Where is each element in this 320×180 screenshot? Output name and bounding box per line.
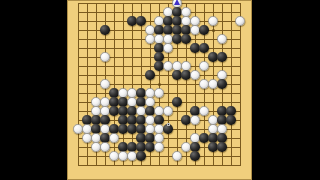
white-stone [199,61,208,70]
white-stone [154,88,163,97]
black-stone [100,115,109,124]
black-stone [226,106,235,115]
white-stone [217,70,226,79]
black-stone [172,34,181,43]
black-stone [217,115,226,124]
white-stone [208,16,217,25]
white-stone [100,79,109,88]
black-stone [190,106,199,115]
black-stone [226,115,235,124]
black-stone [145,133,154,142]
white-stone [145,97,154,106]
white-stone [91,97,100,106]
black-stone [136,97,145,106]
white-stone [73,124,82,133]
grid-line-h [78,165,241,166]
white-stone [208,115,217,124]
black-stone [181,70,190,79]
black-stone [217,79,226,88]
black-stone [181,115,190,124]
white-stone [181,61,190,70]
black-stone [118,142,127,151]
white-stone [163,43,172,52]
go-board[interactable] [67,0,252,180]
white-stone [163,7,172,16]
white-stone [127,151,136,160]
black-stone [145,70,154,79]
black-stone [118,106,127,115]
black-stone [154,115,163,124]
aux-square-marker [167,123,170,126]
star-point [212,29,215,32]
letterbox-left [0,0,67,180]
black-stone [163,124,172,133]
white-stone [190,115,199,124]
white-stone [217,124,226,133]
grid-line-v [231,3,232,166]
white-stone [127,88,136,97]
screenshot-stage [0,0,320,180]
white-stone [181,16,190,25]
black-stone [136,88,145,97]
black-stone [181,25,190,34]
white-stone [181,142,190,151]
white-stone [154,133,163,142]
black-stone [181,34,190,43]
black-stone [172,16,181,25]
black-stone [109,97,118,106]
white-stone [154,34,163,43]
white-stone [100,142,109,151]
white-stone [199,79,208,88]
black-stone [127,124,136,133]
black-stone [100,25,109,34]
black-stone [172,70,181,79]
black-stone [217,106,226,115]
black-stone [217,142,226,151]
white-stone [109,151,118,160]
white-stone [154,106,163,115]
white-stone [217,34,226,43]
black-stone [208,133,217,142]
black-stone [190,151,199,160]
black-stone [127,142,136,151]
white-stone [118,88,127,97]
black-stone [82,115,91,124]
black-stone [163,25,172,34]
white-stone [163,61,172,70]
black-stone [109,124,118,133]
white-stone [100,124,109,133]
white-stone [118,151,127,160]
black-stone [190,142,199,151]
white-stone [145,88,154,97]
white-stone [100,97,109,106]
white-stone [91,106,100,115]
white-stone [163,34,172,43]
white-stone [82,133,91,142]
black-stone [208,52,217,61]
white-stone [154,16,163,25]
grid-line-h [78,156,241,157]
black-stone [217,133,226,142]
white-stone [172,61,181,70]
letterbox-right [252,0,320,180]
white-stone [145,124,154,133]
black-stone [127,115,136,124]
black-stone [172,97,181,106]
white-stone [154,142,163,151]
white-stone [145,115,154,124]
white-stone [91,142,100,151]
white-stone [145,25,154,34]
black-stone [136,124,145,133]
white-stone [199,106,208,115]
black-stone [154,61,163,70]
white-stone [91,133,100,142]
black-stone [217,52,226,61]
white-stone [190,133,199,142]
black-stone [154,25,163,34]
black-stone [109,88,118,97]
black-stone [172,7,181,16]
white-stone [145,34,154,43]
black-stone [136,142,145,151]
black-stone [100,133,109,142]
black-stone [136,115,145,124]
white-stone [100,52,109,61]
black-stone [118,97,127,106]
white-stone [172,151,181,160]
black-stone [136,151,145,160]
black-stone [154,43,163,52]
grid-line-v [240,3,241,166]
black-stone [127,16,136,25]
white-stone [100,106,109,115]
white-stone [190,70,199,79]
black-stone [154,52,163,61]
white-stone [181,7,190,16]
black-stone [109,106,118,115]
black-stone [199,25,208,34]
white-stone [235,16,244,25]
black-stone [199,133,208,142]
white-stone [109,133,118,142]
black-stone [91,124,100,133]
black-stone [190,43,199,52]
white-stone [208,79,217,88]
black-stone [145,142,154,151]
white-stone [136,106,145,115]
black-stone [136,133,145,142]
black-stone [118,115,127,124]
last-move-triangle-marker [174,0,180,5]
white-stone [208,124,217,133]
black-stone [91,115,100,124]
star-point [158,83,161,86]
white-stone [190,16,199,25]
black-stone [145,106,154,115]
white-stone [190,25,199,34]
black-stone [172,25,181,34]
white-stone [127,97,136,106]
white-stone [154,124,163,133]
black-stone [199,43,208,52]
black-stone [127,106,136,115]
white-stone [163,106,172,115]
black-stone [118,124,127,133]
black-stone [208,142,217,151]
black-stone [163,16,172,25]
black-stone [136,16,145,25]
white-stone [82,124,91,133]
